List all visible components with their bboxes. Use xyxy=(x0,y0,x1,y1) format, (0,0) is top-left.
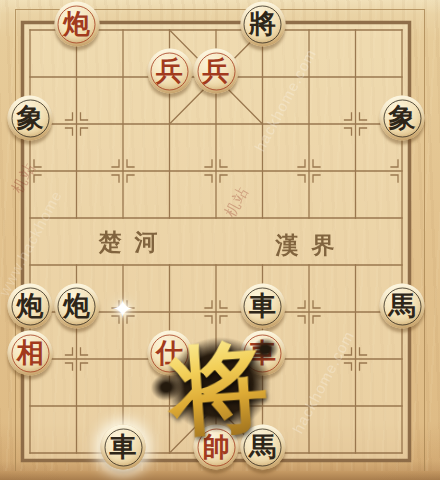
river-label-right: 漢界 xyxy=(263,230,348,261)
piece-label: 兵 xyxy=(156,57,183,84)
board-bottom-edge xyxy=(0,471,440,480)
piece-black-cannon-1[interactable]: 炮 xyxy=(8,284,53,329)
piece-label: 車 xyxy=(110,433,137,460)
piece-red-elephant[interactable]: 相 xyxy=(8,331,53,376)
piece-red-soldier-1[interactable]: 兵 xyxy=(147,49,192,94)
piece-label: 象 xyxy=(17,104,44,131)
piece-label: 象 xyxy=(389,104,416,131)
move-origin-sparkle-icon: ✦ xyxy=(112,296,134,322)
piece-label: 炮 xyxy=(63,292,90,319)
river-label-left: 楚河 xyxy=(86,227,171,258)
piece-label: 車 xyxy=(249,292,276,319)
piece-black-cannon-2[interactable]: 炮 xyxy=(54,284,99,329)
piece-label: 相 xyxy=(17,339,44,366)
piece-black-elephant-2[interactable]: 象 xyxy=(380,96,425,141)
piece-black-horse-1[interactable]: 馬 xyxy=(380,284,425,329)
piece-red-soldier-2[interactable]: 兵 xyxy=(194,49,239,94)
piece-label: 炮 xyxy=(17,292,44,319)
piece-black-chariot-1[interactable]: 車 xyxy=(240,284,285,329)
xiangqi-board: 楚河 漢界 炮將兵兵象象炮炮車馬相仕車車帥馬 ✦ 将 hackhome.comh… xyxy=(0,0,440,480)
piece-black-chariot-2[interactable]: 車 xyxy=(101,425,146,470)
piece-label: 炮 xyxy=(63,10,90,37)
piece-label: 兵 xyxy=(203,57,230,84)
piece-black-general[interactable]: 將 xyxy=(240,2,285,47)
piece-label: 將 xyxy=(249,10,276,37)
check-character: 将 xyxy=(161,326,277,449)
piece-red-cannon[interactable]: 炮 xyxy=(54,2,99,47)
piece-black-elephant-1[interactable]: 象 xyxy=(8,96,53,141)
piece-label: 馬 xyxy=(389,292,416,319)
